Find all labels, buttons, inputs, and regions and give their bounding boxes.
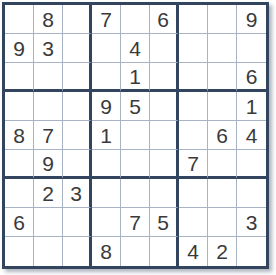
cell-r6c7[interactable]: 7 xyxy=(179,150,208,179)
cell-r4c2[interactable] xyxy=(34,92,63,121)
given-digit: 7 xyxy=(129,212,141,233)
cell-r1c2[interactable]: 8 xyxy=(34,5,63,34)
cell-r7c9[interactable] xyxy=(237,179,266,208)
cell-r1c9[interactable]: 9 xyxy=(237,5,266,34)
cell-r3c8[interactable] xyxy=(208,63,237,92)
cell-r8c3[interactable] xyxy=(63,208,92,237)
cell-r4c6[interactable] xyxy=(150,92,179,121)
cell-r3c9[interactable]: 6 xyxy=(237,63,266,92)
cell-r9c7[interactable]: 4 xyxy=(179,237,208,266)
cell-r6c6[interactable] xyxy=(150,150,179,179)
cell-r9c1[interactable] xyxy=(5,237,34,266)
given-digit: 8 xyxy=(13,125,25,146)
given-digit: 9 xyxy=(13,38,25,59)
cell-r5c2[interactable]: 7 xyxy=(34,121,63,150)
given-digit: 3 xyxy=(246,212,258,233)
cell-r2c7[interactable] xyxy=(179,34,208,63)
cell-r2c2[interactable]: 3 xyxy=(34,34,63,63)
cell-r2c9[interactable] xyxy=(237,34,266,63)
cell-r3c2[interactable] xyxy=(34,63,63,92)
cell-r3c4[interactable] xyxy=(92,63,121,92)
cell-r8c7[interactable] xyxy=(179,208,208,237)
cell-r7c7[interactable] xyxy=(179,179,208,208)
cell-r7c8[interactable] xyxy=(208,179,237,208)
given-digit: 6 xyxy=(246,66,258,87)
cell-r6c9[interactable] xyxy=(237,150,266,179)
given-digit: 4 xyxy=(187,241,199,262)
given-digit: 9 xyxy=(100,96,112,117)
cell-r3c1[interactable] xyxy=(5,63,34,92)
cell-r7c5[interactable] xyxy=(121,179,150,208)
cell-r5c5[interactable] xyxy=(121,121,150,150)
cell-r8c9[interactable]: 3 xyxy=(237,208,266,237)
given-digit: 8 xyxy=(42,9,54,30)
cell-r9c9[interactable] xyxy=(237,237,266,266)
cell-r3c3[interactable] xyxy=(63,63,92,92)
given-digit: 6 xyxy=(216,125,228,146)
given-digit: 3 xyxy=(42,38,54,59)
sudoku-board: 8769934169518716497236753842 xyxy=(2,2,269,269)
cell-r1c6[interactable]: 6 xyxy=(150,5,179,34)
cell-r5c7[interactable] xyxy=(179,121,208,150)
cell-r6c4[interactable] xyxy=(92,150,121,179)
cell-r1c5[interactable] xyxy=(121,5,150,34)
cell-r4c4[interactable]: 9 xyxy=(92,92,121,121)
cell-r9c5[interactable] xyxy=(121,237,150,266)
cell-r7c6[interactable] xyxy=(150,179,179,208)
cell-r9c3[interactable] xyxy=(63,237,92,266)
cell-r5c3[interactable] xyxy=(63,121,92,150)
cell-r7c3[interactable]: 3 xyxy=(63,179,92,208)
given-digit: 3 xyxy=(70,183,82,204)
given-digit: 1 xyxy=(129,66,141,87)
cell-r3c6[interactable] xyxy=(150,63,179,92)
cell-r2c3[interactable] xyxy=(63,34,92,63)
cell-r5c6[interactable] xyxy=(150,121,179,150)
cell-r4c7[interactable] xyxy=(179,92,208,121)
cell-r7c4[interactable] xyxy=(92,179,121,208)
given-digit: 4 xyxy=(246,125,258,146)
cell-r1c7[interactable] xyxy=(179,5,208,34)
given-digit: 9 xyxy=(246,9,258,30)
cell-r9c6[interactable] xyxy=(150,237,179,266)
cell-r8c4[interactable] xyxy=(92,208,121,237)
given-digit: 9 xyxy=(42,153,54,174)
cell-r4c8[interactable] xyxy=(208,92,237,121)
given-digit: 7 xyxy=(100,9,112,30)
cell-r1c3[interactable] xyxy=(63,5,92,34)
cell-r5c9[interactable]: 4 xyxy=(237,121,266,150)
cell-r8c5[interactable]: 7 xyxy=(121,208,150,237)
cell-r2c8[interactable] xyxy=(208,34,237,63)
cell-r4c3[interactable] xyxy=(63,92,92,121)
given-digit: 1 xyxy=(100,125,112,146)
given-digit: 1 xyxy=(246,96,258,117)
given-digit: 4 xyxy=(129,38,141,59)
cell-r4c9[interactable]: 1 xyxy=(237,92,266,121)
cell-r9c4[interactable]: 8 xyxy=(92,237,121,266)
given-digit: 5 xyxy=(157,212,169,233)
given-digit: 6 xyxy=(157,9,169,30)
cell-r6c5[interactable] xyxy=(121,150,150,179)
cell-r1c8[interactable] xyxy=(208,5,237,34)
cell-r4c1[interactable] xyxy=(5,92,34,121)
given-digit: 8 xyxy=(100,241,112,262)
cell-r2c1[interactable]: 9 xyxy=(5,34,34,63)
cell-r8c8[interactable] xyxy=(208,208,237,237)
cell-r9c8[interactable]: 2 xyxy=(208,237,237,266)
cell-r5c8[interactable]: 6 xyxy=(208,121,237,150)
cell-r6c8[interactable] xyxy=(208,150,237,179)
cell-r8c6[interactable]: 5 xyxy=(150,208,179,237)
cell-r3c7[interactable] xyxy=(179,63,208,92)
cell-r6c2[interactable]: 9 xyxy=(34,150,63,179)
cell-r8c2[interactable] xyxy=(34,208,63,237)
cell-r8c1[interactable]: 6 xyxy=(5,208,34,237)
cell-r2c4[interactable] xyxy=(92,34,121,63)
cell-r4c5[interactable]: 5 xyxy=(121,92,150,121)
given-digit: 2 xyxy=(216,241,228,262)
cell-r1c4[interactable]: 7 xyxy=(92,5,121,34)
given-digit: 6 xyxy=(13,212,25,233)
cell-r1c1[interactable] xyxy=(5,5,34,34)
cell-r7c2[interactable]: 2 xyxy=(34,179,63,208)
cell-r9c2[interactable] xyxy=(34,237,63,266)
cell-r2c5[interactable]: 4 xyxy=(121,34,150,63)
cell-r5c4[interactable]: 1 xyxy=(92,121,121,150)
cell-r6c1[interactable] xyxy=(5,150,34,179)
given-digit: 2 xyxy=(42,183,54,204)
given-digit: 7 xyxy=(42,125,54,146)
cell-r6c3[interactable] xyxy=(63,150,92,179)
given-digit: 7 xyxy=(187,153,199,174)
cell-r3c5[interactable]: 1 xyxy=(121,63,150,92)
cell-r5c1[interactable]: 8 xyxy=(5,121,34,150)
given-digit: 5 xyxy=(129,96,141,117)
cell-r2c6[interactable] xyxy=(150,34,179,63)
cell-r7c1[interactable] xyxy=(5,179,34,208)
